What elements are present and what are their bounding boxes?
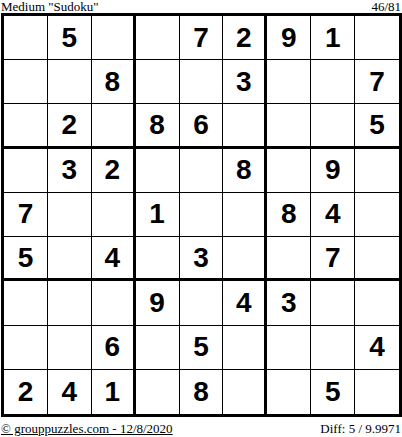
cell-r9c3: 1 bbox=[92, 370, 136, 414]
cell-r4c2: 3 bbox=[48, 149, 92, 193]
cell-r1c8: 1 bbox=[311, 16, 355, 60]
cell-r7c1[interactable] bbox=[4, 281, 48, 325]
cell-r6c6[interactable] bbox=[223, 237, 267, 281]
cell-r6c2[interactable] bbox=[48, 237, 92, 281]
page-header: Medium "Sudoku" 46/81 bbox=[0, 0, 402, 13]
cell-r6c8: 7 bbox=[311, 237, 355, 281]
cell-r9c1: 2 bbox=[4, 370, 48, 414]
cell-r5c4: 1 bbox=[136, 193, 180, 237]
cell-r3c4: 8 bbox=[136, 104, 180, 148]
cell-r6c4[interactable] bbox=[136, 237, 180, 281]
cell-r5c8: 4 bbox=[311, 193, 355, 237]
difficulty-label: Diff: 5 / 9.9971 bbox=[320, 421, 401, 437]
cell-r8c2[interactable] bbox=[48, 326, 92, 370]
cell-r2c2[interactable] bbox=[48, 60, 92, 104]
cell-r6c1: 5 bbox=[4, 237, 48, 281]
cell-r3c2: 2 bbox=[48, 104, 92, 148]
cell-r1c7: 9 bbox=[267, 16, 311, 60]
cell-r8c7[interactable] bbox=[267, 326, 311, 370]
cell-r3c3[interactable] bbox=[92, 104, 136, 148]
cell-r9c2: 4 bbox=[48, 370, 92, 414]
cell-r8c4[interactable] bbox=[136, 326, 180, 370]
cell-r6c5: 3 bbox=[180, 237, 224, 281]
cell-r4c8: 9 bbox=[311, 149, 355, 193]
cell-r1c9[interactable] bbox=[355, 16, 399, 60]
cell-r5c5[interactable] bbox=[180, 193, 224, 237]
cell-r3c7[interactable] bbox=[267, 104, 311, 148]
cell-r7c4: 9 bbox=[136, 281, 180, 325]
cell-r6c7[interactable] bbox=[267, 237, 311, 281]
cell-r4c6: 8 bbox=[223, 149, 267, 193]
cell-r6c9[interactable] bbox=[355, 237, 399, 281]
cell-r6c3: 4 bbox=[92, 237, 136, 281]
cell-r5c2[interactable] bbox=[48, 193, 92, 237]
cell-r2c4[interactable] bbox=[136, 60, 180, 104]
cell-r8c1[interactable] bbox=[4, 326, 48, 370]
cell-r2c5[interactable] bbox=[180, 60, 224, 104]
cell-r3c5: 6 bbox=[180, 104, 224, 148]
cell-r8c5: 5 bbox=[180, 326, 224, 370]
cell-r3c8[interactable] bbox=[311, 104, 355, 148]
cell-r8c6[interactable] bbox=[223, 326, 267, 370]
cell-r2c1[interactable] bbox=[4, 60, 48, 104]
cell-r1c3[interactable] bbox=[92, 16, 136, 60]
cell-r7c2[interactable] bbox=[48, 281, 92, 325]
cell-r3c1[interactable] bbox=[4, 104, 48, 148]
cell-r2c9: 7 bbox=[355, 60, 399, 104]
cell-r2c7[interactable] bbox=[267, 60, 311, 104]
cell-r4c1[interactable] bbox=[4, 149, 48, 193]
cell-r9c7[interactable] bbox=[267, 370, 311, 414]
cell-r1c2: 5 bbox=[48, 16, 92, 60]
cell-r1c6: 2 bbox=[223, 16, 267, 60]
cell-r9c8: 5 bbox=[311, 370, 355, 414]
cell-r5c7: 8 bbox=[267, 193, 311, 237]
cell-r7c7: 3 bbox=[267, 281, 311, 325]
cell-r2c6: 3 bbox=[223, 60, 267, 104]
cell-r1c1[interactable] bbox=[4, 16, 48, 60]
cell-r1c4[interactable] bbox=[136, 16, 180, 60]
puzzle-title: Medium "Sudoku" bbox=[1, 1, 99, 13]
cell-r4c4[interactable] bbox=[136, 149, 180, 193]
sudoku-board: 57291837286532897184543794365424185 bbox=[1, 13, 402, 417]
cell-r5c9[interactable] bbox=[355, 193, 399, 237]
cell-r7c9[interactable] bbox=[355, 281, 399, 325]
cell-r9c4[interactable] bbox=[136, 370, 180, 414]
cell-r7c5[interactable] bbox=[180, 281, 224, 325]
cell-r2c3: 8 bbox=[92, 60, 136, 104]
empty-cell-counter: 46/81 bbox=[371, 1, 401, 13]
cell-r4c9[interactable] bbox=[355, 149, 399, 193]
cell-r7c6: 4 bbox=[223, 281, 267, 325]
cell-r3c9: 5 bbox=[355, 104, 399, 148]
cell-r4c7[interactable] bbox=[267, 149, 311, 193]
cell-r9c6[interactable] bbox=[223, 370, 267, 414]
cell-r5c3[interactable] bbox=[92, 193, 136, 237]
cell-r8c3: 6 bbox=[92, 326, 136, 370]
cell-r5c6[interactable] bbox=[223, 193, 267, 237]
cell-r8c9: 4 bbox=[355, 326, 399, 370]
cell-r2c8[interactable] bbox=[311, 60, 355, 104]
cell-r4c5[interactable] bbox=[180, 149, 224, 193]
cell-r3c6[interactable] bbox=[223, 104, 267, 148]
cell-r9c9[interactable] bbox=[355, 370, 399, 414]
cell-r1c5: 7 bbox=[180, 16, 224, 60]
page-footer: © grouppuzzles.com - 12/8/2020 Diff: 5 /… bbox=[0, 417, 402, 437]
cell-r9c5: 8 bbox=[180, 370, 224, 414]
cell-r8c8[interactable] bbox=[311, 326, 355, 370]
cell-r5c1: 7 bbox=[4, 193, 48, 237]
cell-r7c3[interactable] bbox=[92, 281, 136, 325]
copyright-link[interactable]: © grouppuzzles.com - 12/8/2020 bbox=[1, 421, 173, 437]
cell-r7c8[interactable] bbox=[311, 281, 355, 325]
cell-r4c3: 2 bbox=[92, 149, 136, 193]
